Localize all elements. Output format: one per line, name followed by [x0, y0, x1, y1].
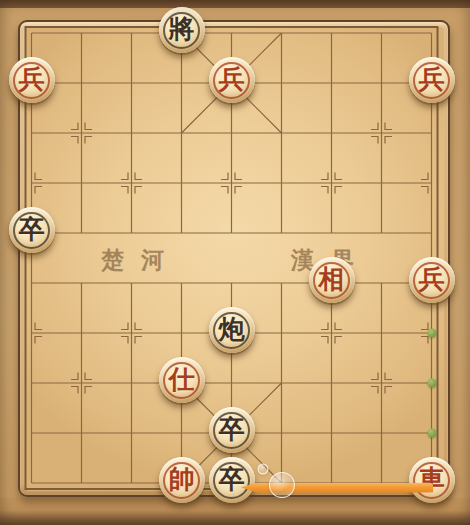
piece-red-soldier[interactable]: 兵 — [9, 57, 55, 103]
piece-ring — [413, 462, 450, 499]
piece-ring — [163, 362, 200, 399]
legal-move-dot[interactable] — [427, 379, 436, 388]
piece-red-soldier[interactable]: 兵 — [209, 57, 255, 103]
piece-black-cannon[interactable]: 炮 — [209, 307, 255, 353]
piece-ring — [413, 62, 450, 99]
piece-ring — [213, 312, 250, 349]
piece-ring — [163, 462, 200, 499]
piece-red-soldier[interactable]: 兵 — [409, 257, 455, 303]
piece-black-soldier[interactable]: 卒 — [209, 457, 255, 503]
piece-red-elephant[interactable]: 相 — [309, 257, 355, 303]
piece-red-soldier[interactable]: 兵 — [409, 57, 455, 103]
xiangqi-game-screen: 楚河 漢界 將兵兵兵卒相兵炮仕卒帥卒車 — [0, 0, 470, 525]
piece-ring — [213, 412, 250, 449]
legal-move-dot[interactable] — [427, 429, 436, 438]
piece-ring — [413, 262, 450, 299]
legal-move-dot[interactable] — [427, 329, 436, 338]
piece-ring — [13, 62, 50, 99]
piece-black-soldier[interactable]: 卒 — [209, 407, 255, 453]
piece-grid: 將兵兵兵卒相兵炮仕卒帥卒車 — [7, 8, 457, 508]
piece-ring — [213, 462, 250, 499]
piece-ring — [213, 62, 250, 99]
piece-ring — [163, 12, 200, 49]
piece-ring — [13, 212, 50, 249]
piece-black-soldier[interactable]: 卒 — [9, 207, 55, 253]
piece-red-chariot[interactable]: 車 — [409, 457, 455, 503]
piece-black-general[interactable]: 將 — [159, 7, 205, 53]
piece-red-general[interactable]: 帥 — [159, 457, 205, 503]
piece-ring — [313, 262, 350, 299]
piece-red-advisor[interactable]: 仕 — [159, 357, 205, 403]
